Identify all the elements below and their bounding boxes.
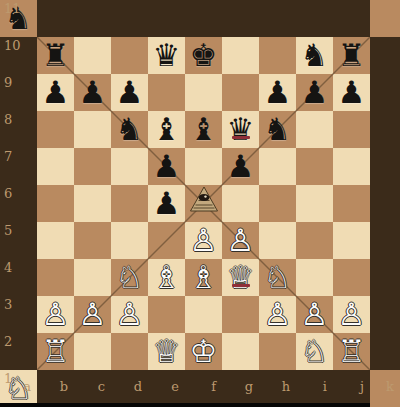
black-queen[interactable]: ♛ (148, 37, 185, 74)
square-k11[interactable] (370, 0, 400, 37)
square-e9[interactable] (148, 74, 185, 111)
inner-board: ♜♛♚♞♜♟♟♟♟♟♟♞♝♝♛♞♟♟♟ ♙♙♘♗♗♕♘♙♙♙♙♙♙♖♕♔♘♖ (37, 37, 370, 370)
square-j4[interactable] (333, 259, 370, 296)
square-c3[interactable]: ♙ (74, 296, 111, 333)
square-e6[interactable]: ♟ (148, 185, 185, 222)
square-j9[interactable]: ♟ (333, 74, 370, 111)
white-knight[interactable]: ♘ (0, 370, 37, 407)
square-d4[interactable]: ♘ (111, 259, 148, 296)
square-j7[interactable] (333, 148, 370, 185)
square-d10[interactable] (111, 37, 148, 74)
square-d2[interactable] (111, 333, 148, 370)
pyramid-eye-icon (189, 186, 218, 212)
square-f9[interactable] (185, 74, 222, 111)
square-c9[interactable]: ♟ (74, 74, 111, 111)
white-pawn[interactable]: ♙ (222, 222, 259, 259)
square-h2[interactable] (259, 333, 296, 370)
square-f3[interactable] (185, 296, 222, 333)
square-d5[interactable] (111, 222, 148, 259)
square-c8[interactable] (74, 111, 111, 148)
square-g9[interactable] (222, 74, 259, 111)
square-c5[interactable] (74, 222, 111, 259)
square-d3[interactable]: ♙ (111, 296, 148, 333)
white-pawn[interactable]: ♙ (185, 222, 222, 259)
square-h3[interactable]: ♙ (259, 296, 296, 333)
black-pawn[interactable]: ♟ (111, 74, 148, 111)
square-a11[interactable]: ♞ (0, 0, 37, 37)
square-c6[interactable] (74, 185, 111, 222)
square-f10[interactable]: ♚ (185, 37, 222, 74)
rank-label-10: 10 (4, 38, 21, 54)
black-rook[interactable]: ♜ (37, 37, 74, 74)
black-pawn[interactable]: ♟ (148, 185, 185, 222)
black-rook[interactable]: ♜ (333, 37, 370, 74)
black-bishop[interactable]: ♝ (185, 111, 222, 148)
white-rook[interactable]: ♖ (333, 333, 370, 370)
rank-label-7: 7 (4, 149, 12, 165)
file-label-e: e (148, 379, 179, 395)
square-j2[interactable]: ♖ (333, 333, 370, 370)
white-knight[interactable]: ♘ (296, 333, 333, 370)
square-f5[interactable]: ♙ (185, 222, 222, 259)
square-f2[interactable]: ♔ (185, 333, 222, 370)
rank-label-6: 6 (4, 186, 12, 202)
rank-label-4: 4 (4, 260, 12, 276)
square-h6[interactable] (259, 185, 296, 222)
square-g3[interactable] (222, 296, 259, 333)
square-h8[interactable]: ♞ (259, 111, 296, 148)
black-pawn[interactable]: ♟ (296, 74, 333, 111)
square-k1[interactable] (370, 370, 400, 407)
black-bishop[interactable]: ♝ (148, 111, 185, 148)
square-b6[interactable] (37, 185, 74, 222)
square-c7[interactable] (74, 148, 111, 185)
square-d9[interactable]: ♟ (111, 74, 148, 111)
white-pawn[interactable]: ♙ (74, 296, 111, 333)
file-label-c: c (74, 379, 105, 395)
square-f7[interactable] (185, 148, 222, 185)
square-h10[interactable] (259, 37, 296, 74)
square-b3[interactable]: ♙ (37, 296, 74, 333)
square-h7[interactable] (259, 148, 296, 185)
square-i5[interactable] (296, 222, 333, 259)
black-pawn[interactable]: ♟ (333, 74, 370, 111)
square-e8[interactable]: ♝ (148, 111, 185, 148)
square-b2[interactable]: ♖ (37, 333, 74, 370)
square-b7[interactable] (37, 148, 74, 185)
square-c10[interactable] (74, 37, 111, 74)
file-label-b: b (37, 379, 68, 395)
square-j6[interactable] (333, 185, 370, 222)
square-f4[interactable]: ♗ (185, 259, 222, 296)
square-f6[interactable] (185, 185, 222, 222)
square-g7[interactable]: ♟ (222, 148, 259, 185)
square-g8[interactable]: ♛ (222, 111, 259, 148)
game-board: ♞ ♘ ♜♛♚♞♜♟♟♟♟♟♟♞♝♝♛♞♟♟♟ ♙♙♘♗♗♕♘♙♙♙♙♙♙♖♕♔… (0, 0, 400, 407)
square-g4[interactable]: ♕ (222, 259, 259, 296)
white-knight[interactable]: ♘ (259, 259, 296, 296)
white-pawn[interactable]: ♙ (37, 296, 74, 333)
square-b5[interactable] (37, 222, 74, 259)
white-bishop[interactable]: ♗ (148, 259, 185, 296)
black-pawn[interactable]: ♟ (222, 148, 259, 185)
black-queen[interactable]: ♛ (222, 111, 259, 148)
white-pawn[interactable]: ♙ (333, 296, 370, 333)
square-b8[interactable] (37, 111, 74, 148)
white-pawn[interactable]: ♙ (296, 296, 333, 333)
square-j10[interactable]: ♜ (333, 37, 370, 74)
square-g6[interactable] (222, 185, 259, 222)
queen-red-band (232, 136, 250, 139)
square-i3[interactable]: ♙ (296, 296, 333, 333)
white-pawn[interactable]: ♙ (111, 296, 148, 333)
square-e10[interactable]: ♛ (148, 37, 185, 74)
black-pawn[interactable]: ♟ (148, 148, 185, 185)
square-j8[interactable] (333, 111, 370, 148)
rank-label-9: 9 (4, 75, 12, 91)
black-pawn[interactable]: ♟ (37, 74, 74, 111)
square-i10[interactable]: ♞ (296, 37, 333, 74)
file-label-g: g (222, 379, 253, 395)
black-knight[interactable]: ♞ (111, 111, 148, 148)
square-j3[interactable]: ♙ (333, 296, 370, 333)
square-h5[interactable] (259, 222, 296, 259)
square-b9[interactable]: ♟ (37, 74, 74, 111)
white-king[interactable]: ♔ (185, 333, 222, 370)
square-i9[interactable]: ♟ (296, 74, 333, 111)
rank-label-8: 8 (4, 112, 12, 128)
square-f8[interactable]: ♝ (185, 111, 222, 148)
square-b10[interactable]: ♜ (37, 37, 74, 74)
black-knight[interactable]: ♞ (0, 0, 37, 37)
square-g2[interactable] (222, 333, 259, 370)
square-i7[interactable] (296, 148, 333, 185)
rank-label-5: 5 (4, 223, 12, 239)
square-h4[interactable]: ♘ (259, 259, 296, 296)
square-i2[interactable]: ♘ (296, 333, 333, 370)
square-g10[interactable] (222, 37, 259, 74)
file-label-f: f (185, 379, 216, 395)
black-knight[interactable]: ♞ (259, 111, 296, 148)
white-bishop[interactable]: ♗ (185, 259, 222, 296)
file-label-d: d (111, 379, 142, 395)
black-king[interactable]: ♚ (185, 37, 222, 74)
white-rook[interactable]: ♖ (37, 333, 74, 370)
black-knight[interactable]: ♞ (296, 37, 333, 74)
square-e2[interactable]: ♕ (148, 333, 185, 370)
file-label-i: i (296, 379, 327, 395)
square-i4[interactable] (296, 259, 333, 296)
white-queen[interactable]: ♕ (148, 333, 185, 370)
square-a1[interactable]: ♘ (0, 370, 37, 407)
rank-label-3: 3 (4, 297, 12, 313)
square-h9[interactable]: ♟ (259, 74, 296, 111)
square-d6[interactable] (111, 185, 148, 222)
square-i8[interactable] (296, 111, 333, 148)
bottom-edge-bar (0, 403, 370, 407)
square-c4[interactable] (74, 259, 111, 296)
square-g5[interactable]: ♙ (222, 222, 259, 259)
square-e4[interactable]: ♗ (148, 259, 185, 296)
square-j5[interactable] (333, 222, 370, 259)
file-label-h: h (259, 379, 290, 395)
square-e5[interactable] (148, 222, 185, 259)
queen-red-band (232, 284, 250, 287)
square-e3[interactable] (148, 296, 185, 333)
white-knight[interactable]: ♘ (111, 259, 148, 296)
square-e7[interactable]: ♟ (148, 148, 185, 185)
rank-label-2: 2 (4, 334, 12, 350)
white-queen[interactable]: ♕ (222, 259, 259, 296)
black-pawn[interactable]: ♟ (74, 74, 111, 111)
square-b4[interactable] (37, 259, 74, 296)
square-d8[interactable]: ♞ (111, 111, 148, 148)
square-c2[interactable] (74, 333, 111, 370)
square-i6[interactable] (296, 185, 333, 222)
white-pawn[interactable]: ♙ (259, 296, 296, 333)
square-d7[interactable] (111, 148, 148, 185)
black-pawn[interactable]: ♟ (259, 74, 296, 111)
file-label-j: j (333, 379, 364, 395)
